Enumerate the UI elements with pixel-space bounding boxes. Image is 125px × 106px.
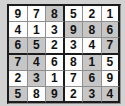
sudoku-board: 978521413986652347746815231769589234 xyxy=(7,4,121,104)
sudoku-cell-r6c6[interactable]: 4 xyxy=(102,87,121,103)
sudoku-cell-r3c2[interactable]: 5 xyxy=(28,38,47,54)
sudoku-cell-r5c5[interactable]: 6 xyxy=(83,71,102,87)
sudoku-cell-r2c6[interactable]: 6 xyxy=(102,22,121,38)
sudoku-cell-r3c5[interactable]: 4 xyxy=(83,38,102,54)
sudoku-cell-r6c1[interactable]: 5 xyxy=(9,87,28,103)
sudoku-cell-r2c2[interactable]: 1 xyxy=(28,22,47,38)
sudoku-cell-r1c6[interactable]: 1 xyxy=(102,6,121,22)
sudoku-cell-r3c4[interactable]: 3 xyxy=(65,38,84,54)
sudoku-cell-r5c2[interactable]: 3 xyxy=(28,71,47,87)
sudoku-cell-r6c4[interactable]: 2 xyxy=(65,87,84,103)
sudoku-cell-r2c3[interactable]: 3 xyxy=(46,22,65,38)
sudoku-cell-r4c5[interactable]: 1 xyxy=(83,55,102,71)
sudoku-cell-r2c5[interactable]: 8 xyxy=(83,22,102,38)
sudoku-cell-r5c4[interactable]: 7 xyxy=(65,71,84,87)
sudoku-cell-r4c3[interactable]: 6 xyxy=(46,55,65,71)
sudoku-cell-r5c1[interactable]: 2 xyxy=(9,71,28,87)
sudoku-cell-r1c1[interactable]: 9 xyxy=(9,6,28,22)
sudoku-board-container: 978521413986652347746815231769589234 xyxy=(7,4,121,104)
sudoku-cell-r6c2[interactable]: 8 xyxy=(28,87,47,103)
sudoku-cell-r6c5[interactable]: 3 xyxy=(83,87,102,103)
sudoku-cell-r1c3[interactable]: 8 xyxy=(46,6,65,22)
sudoku-cell-r2c1[interactable]: 4 xyxy=(9,22,28,38)
sudoku-cell-r5c6[interactable]: 9 xyxy=(102,71,121,87)
sudoku-cell-r5c3[interactable]: 1 xyxy=(46,71,65,87)
sudoku-cell-r6c3[interactable]: 9 xyxy=(46,87,65,103)
sudoku-cell-r4c4[interactable]: 8 xyxy=(65,55,84,71)
sudoku-cell-r3c6[interactable]: 7 xyxy=(102,38,121,54)
sudoku-cell-r2c4[interactable]: 9 xyxy=(65,22,84,38)
sudoku-cell-r3c3[interactable]: 2 xyxy=(46,38,65,54)
sudoku-cell-r4c6[interactable]: 5 xyxy=(102,55,121,71)
sudoku-cell-r4c1[interactable]: 7 xyxy=(9,55,28,71)
sudoku-cell-r3c1[interactable]: 6 xyxy=(9,38,28,54)
sudoku-cell-r1c4[interactable]: 5 xyxy=(65,6,84,22)
sudoku-cell-r1c5[interactable]: 2 xyxy=(83,6,102,22)
sudoku-cell-r4c2[interactable]: 4 xyxy=(28,55,47,71)
sudoku-cell-r1c2[interactable]: 7 xyxy=(28,6,47,22)
